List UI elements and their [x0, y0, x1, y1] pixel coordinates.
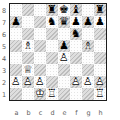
piece-black-queen[interactable]: ♛ — [58, 16, 70, 28]
square-d4[interactable] — [46, 52, 58, 64]
piece-black-pawn-icon: ♟ — [83, 16, 93, 28]
square-h1[interactable]: ♜♖ — [94, 88, 106, 100]
rank-label-4: 4 — [0, 53, 8, 65]
file-labels: abcdefgh — [11, 109, 107, 118]
square-d3[interactable] — [46, 64, 58, 76]
piece-white-pawn[interactable]: ♟♙ — [22, 76, 34, 88]
piece-white-rook-icon: ♖ — [95, 88, 105, 100]
square-d5[interactable] — [46, 40, 58, 52]
piece-white-bishop-icon: ♗ — [23, 40, 33, 52]
piece-black-knight-icon: ♞ — [47, 16, 57, 28]
rank-label-8: 8 — [0, 5, 8, 17]
piece-white-pawn[interactable]: ♟♙ — [70, 76, 82, 88]
square-e3[interactable] — [58, 64, 70, 76]
square-f1[interactable] — [70, 88, 82, 100]
piece-white-pawn-icon: ♙ — [11, 76, 21, 88]
rank-label-7: 7 — [0, 17, 8, 29]
piece-black-pawn[interactable]: ♟ — [94, 16, 106, 28]
chess-board-diagram: 87654321 ♜♚♝♜♟♞♛♟♟♟♞♝♗♟♝♗♟♙♛♕♟♙♟♙♟♙♟♙♟♙♟… — [0, 0, 120, 120]
square-h4[interactable] — [94, 52, 106, 64]
piece-white-bishop-icon: ♗ — [83, 40, 93, 52]
square-c6[interactable] — [34, 28, 46, 40]
rank-label-6: 6 — [0, 29, 8, 41]
rank-label-3: 3 — [0, 65, 8, 77]
piece-white-pawn[interactable]: ♟♙ — [58, 52, 70, 64]
square-e7[interactable]: ♛ — [58, 16, 70, 28]
piece-black-pawn-icon: ♟ — [95, 16, 105, 28]
square-d6[interactable] — [46, 28, 58, 40]
piece-black-knight-icon: ♞ — [71, 28, 81, 40]
piece-black-queen-icon: ♛ — [59, 16, 69, 28]
rank-label-5: 5 — [0, 41, 8, 53]
piece-white-bishop[interactable]: ♝♗ — [82, 40, 94, 52]
square-c4[interactable] — [34, 52, 46, 64]
square-a5[interactable] — [10, 40, 22, 52]
file-label-b: b — [23, 109, 35, 118]
square-e1[interactable] — [58, 88, 70, 100]
square-f4[interactable] — [70, 52, 82, 64]
piece-white-rook-icon: ♖ — [47, 88, 57, 100]
square-b1[interactable] — [22, 88, 34, 100]
square-h6[interactable] — [94, 28, 106, 40]
rank-label-2: 2 — [0, 77, 8, 89]
file-label-f: f — [71, 109, 83, 118]
square-g7[interactable]: ♟ — [82, 16, 94, 28]
file-label-d: d — [47, 109, 59, 118]
square-g4[interactable] — [82, 52, 94, 64]
square-b8[interactable] — [22, 4, 34, 16]
square-c8[interactable] — [34, 4, 46, 16]
square-a1[interactable] — [10, 88, 22, 100]
rank-labels: 87654321 — [0, 5, 8, 101]
square-h7[interactable]: ♟ — [94, 16, 106, 28]
file-label-g: g — [83, 109, 95, 118]
piece-white-pawn-icon: ♙ — [23, 76, 33, 88]
square-d7[interactable]: ♞ — [46, 16, 58, 28]
piece-white-pawn[interactable]: ♟♙ — [10, 76, 22, 88]
rank-label-1: 1 — [0, 89, 8, 101]
square-a7[interactable]: ♟ — [10, 16, 22, 28]
file-label-a: a — [11, 109, 23, 118]
square-g2[interactable]: ♟♙ — [82, 76, 94, 88]
piece-white-rook[interactable]: ♜♖ — [46, 88, 58, 100]
square-c7[interactable] — [34, 16, 46, 28]
square-e2[interactable] — [58, 76, 70, 88]
piece-white-pawn[interactable]: ♟♙ — [82, 76, 94, 88]
piece-black-pawn[interactable]: ♟ — [10, 16, 22, 28]
file-label-e: e — [59, 109, 71, 118]
piece-white-bishop[interactable]: ♝♗ — [22, 40, 34, 52]
file-label-c: c — [35, 109, 47, 118]
square-f2[interactable]: ♟♙ — [70, 76, 82, 88]
square-c5[interactable] — [34, 40, 46, 52]
square-a6[interactable] — [10, 28, 22, 40]
square-a4[interactable] — [10, 52, 22, 64]
square-d1[interactable]: ♜♖ — [46, 88, 58, 100]
chess-board[interactable]: ♜♚♝♜♟♞♛♟♟♟♞♝♗♟♝♗♟♙♛♕♟♙♟♙♟♙♟♙♟♙♟♙♚♔♜♖♜♖ — [9, 3, 107, 101]
piece-white-pawn-icon: ♙ — [59, 52, 69, 64]
square-f6[interactable]: ♞ — [70, 28, 82, 40]
piece-white-king[interactable]: ♚♔ — [34, 88, 46, 100]
piece-white-pawn-icon: ♙ — [71, 76, 81, 88]
piece-white-pawn-icon: ♙ — [83, 76, 93, 88]
square-h5[interactable] — [94, 40, 106, 52]
square-b7[interactable] — [22, 16, 34, 28]
square-f5[interactable] — [70, 40, 82, 52]
piece-black-pawn[interactable]: ♟ — [82, 16, 94, 28]
square-b5[interactable]: ♝♗ — [22, 40, 34, 52]
file-label-h: h — [95, 109, 107, 118]
piece-black-pawn-icon: ♟ — [11, 16, 21, 28]
piece-black-knight[interactable]: ♞ — [70, 28, 82, 40]
piece-white-king-icon: ♔ — [35, 88, 45, 100]
square-e4[interactable]: ♟♙ — [58, 52, 70, 64]
piece-white-rook[interactable]: ♜♖ — [94, 88, 106, 100]
piece-black-knight[interactable]: ♞ — [46, 16, 58, 28]
square-c1[interactable]: ♚♔ — [34, 88, 46, 100]
square-a2[interactable]: ♟♙ — [10, 76, 22, 88]
square-g5[interactable]: ♝♗ — [82, 40, 94, 52]
square-g1[interactable] — [82, 88, 94, 100]
square-b2[interactable]: ♟♙ — [22, 76, 34, 88]
